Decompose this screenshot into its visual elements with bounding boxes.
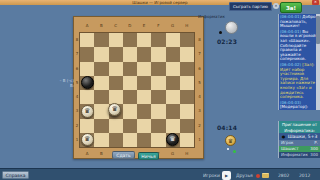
square-f5[interactable] bbox=[151, 76, 165, 90]
square-b4[interactable] bbox=[94, 90, 108, 104]
square-a3[interactable] bbox=[80, 104, 94, 118]
chat-message: (06:04:01) Добро пожаловать, Мышкин! bbox=[280, 15, 316, 29]
rank-label: 4 bbox=[194, 90, 205, 104]
square-d7[interactable] bbox=[123, 47, 137, 61]
square-e4[interactable] bbox=[137, 90, 151, 104]
rank-label: 8 bbox=[194, 33, 205, 47]
square-b5[interactable] bbox=[94, 76, 108, 90]
square-a2[interactable] bbox=[80, 119, 94, 133]
square-h2[interactable] bbox=[180, 119, 194, 133]
file-labels-top: ABCDEFGH bbox=[80, 21, 194, 30]
square-f3[interactable] bbox=[151, 104, 165, 118]
rank-label: 2 bbox=[194, 119, 205, 133]
annotation-line2: В: bbox=[44, 83, 74, 88]
square-a1[interactable] bbox=[80, 133, 94, 147]
square-e2[interactable] bbox=[137, 119, 151, 133]
square-f2[interactable] bbox=[151, 119, 165, 133]
square-c4[interactable] bbox=[109, 90, 123, 104]
invite-panel: Приглашение от Информатика: блиц-партия … bbox=[278, 121, 320, 158]
close-icon[interactable]: ✕ bbox=[312, 0, 319, 5]
square-b7[interactable] bbox=[94, 47, 108, 61]
file-label: C bbox=[109, 21, 123, 30]
window-title: Шашки — Игровой сервер bbox=[0, 0, 320, 5]
square-c7[interactable] bbox=[109, 47, 123, 61]
square-c5[interactable] bbox=[109, 76, 123, 90]
square-h1[interactable] bbox=[180, 133, 194, 147]
square-g6[interactable] bbox=[166, 62, 180, 76]
invite-title: Приглашение от Информатика: блиц-партия bbox=[279, 121, 320, 133]
square-a8[interactable] bbox=[80, 33, 94, 47]
draw-offer-button[interactable]: Ничья bbox=[138, 152, 159, 160]
chat-message: (06:04:01) Вы вошли в игровой зал «Шашки… bbox=[280, 30, 316, 62]
square-g3[interactable] bbox=[166, 104, 180, 118]
invite-player-rating: 300 bbox=[310, 152, 318, 158]
file-labels-bottom: ABCDEFGH bbox=[80, 149, 194, 158]
square-b6[interactable] bbox=[94, 62, 108, 76]
chat-text: Вы вошли в игровой зал «Шашки». Соблюдай… bbox=[280, 29, 316, 62]
square-b3[interactable] bbox=[94, 104, 108, 118]
file-label: A bbox=[80, 149, 94, 158]
square-f7[interactable] bbox=[151, 47, 165, 61]
square-h3[interactable] bbox=[180, 104, 194, 118]
board-frame: ABCDEFGH ABCDEFGH 87654321 87654321 ♛♛♛♛ bbox=[73, 16, 204, 159]
square-c2[interactable] bbox=[109, 119, 123, 133]
file-label: E bbox=[137, 21, 151, 30]
board-grid bbox=[80, 33, 194, 147]
player-piece-icon: ♛ bbox=[225, 135, 236, 146]
online-status-dot bbox=[233, 150, 236, 153]
square-g7[interactable] bbox=[166, 47, 180, 61]
rank-label: 5 bbox=[194, 76, 205, 90]
square-e5[interactable] bbox=[137, 76, 151, 90]
square-d3[interactable] bbox=[123, 104, 137, 118]
king-crown-icon: ♛ bbox=[228, 136, 233, 145]
file-label: F bbox=[151, 21, 165, 30]
square-d4[interactable] bbox=[123, 90, 137, 104]
square-b1[interactable] bbox=[94, 133, 108, 147]
accept-game-button[interactable]: За! bbox=[280, 2, 302, 13]
file-label: A bbox=[80, 21, 94, 30]
square-h6[interactable] bbox=[180, 62, 194, 76]
opponent-name: Информатик bbox=[198, 14, 246, 19]
square-d2[interactable] bbox=[123, 119, 137, 133]
square-e8[interactable] bbox=[137, 33, 151, 47]
file-label: G bbox=[166, 21, 180, 30]
rank-label: 3 bbox=[194, 104, 205, 118]
chat-scrollbar[interactable] bbox=[316, 14, 320, 110]
player-clock: 04:14 bbox=[217, 124, 237, 131]
square-e3[interactable] bbox=[137, 104, 151, 118]
bullet-icon: ● bbox=[282, 134, 286, 139]
square-c8[interactable] bbox=[109, 33, 123, 47]
rank-labels-right: 87654321 bbox=[194, 33, 205, 147]
square-c3[interactable] bbox=[109, 104, 123, 118]
square-h7[interactable] bbox=[180, 47, 194, 61]
play-icon[interactable]: ▶ bbox=[222, 171, 231, 180]
rank-label: 7 bbox=[194, 47, 205, 61]
rank-label: 1 bbox=[194, 133, 205, 147]
square-g5[interactable] bbox=[166, 76, 180, 90]
notification-close-icon[interactable]: ✕ bbox=[273, 3, 279, 9]
title-bar: Шашки — Игровой сервер ✕ bbox=[0, 0, 320, 5]
square-h4[interactable] bbox=[180, 90, 194, 104]
invite-game-label: Шашки, 5+3 bbox=[288, 134, 318, 139]
square-b2[interactable] bbox=[94, 119, 108, 133]
record-dot-icon bbox=[256, 174, 260, 178]
square-h5[interactable] bbox=[180, 76, 194, 90]
games-count: 2802 bbox=[278, 173, 289, 178]
chat-messages: (06:04:01) Добро пожаловать, Мышкин!(06:… bbox=[280, 15, 316, 110]
opponent-avatar bbox=[225, 21, 238, 34]
chat-text: [Модератор]: Приветствуем Мышкина (Гость… bbox=[280, 104, 310, 110]
chat-panel: (06:04:01) Добро пожаловать, Мышкин!(06:… bbox=[278, 14, 320, 110]
status-bar: Справка Игроки ▶ Друзья 2802 2012 bbox=[0, 168, 320, 180]
players-label: Игроки bbox=[203, 173, 220, 178]
file-label: G bbox=[166, 149, 180, 158]
invite-title-line1: Приглашение от Информатика: bbox=[280, 122, 319, 133]
file-label: H bbox=[180, 149, 194, 158]
square-g4[interactable] bbox=[166, 90, 180, 104]
help-button[interactable]: Справка bbox=[2, 171, 29, 179]
friends-label[interactable]: Друзья bbox=[236, 173, 253, 178]
file-label: D bbox=[123, 21, 137, 30]
square-a5[interactable] bbox=[80, 76, 94, 90]
app-window: Шашки — Игровой сервер ✕ ABCDEFGH ABCDEF… bbox=[0, 0, 320, 180]
square-g1[interactable] bbox=[166, 133, 180, 147]
file-label: B bbox=[94, 149, 108, 158]
square-e1[interactable] bbox=[137, 133, 151, 147]
opponent-clock: 02:23 bbox=[217, 38, 237, 45]
invite-player-row[interactable]: Информатик300 bbox=[279, 152, 320, 158]
square-g2[interactable] bbox=[166, 119, 180, 133]
square-d6[interactable] bbox=[123, 62, 137, 76]
invite-player-rows: Шашист300Информатик300 bbox=[279, 146, 320, 158]
invite-player-name: Информатик bbox=[281, 152, 308, 158]
square-e7[interactable] bbox=[137, 47, 151, 61]
turn-indicator-dot bbox=[219, 31, 222, 34]
square-b8[interactable] bbox=[94, 33, 108, 47]
chat-text: [Зал]: Идёт набор участников турнира. Дл… bbox=[280, 62, 315, 99]
square-f6[interactable] bbox=[151, 62, 165, 76]
status-dot-white bbox=[227, 148, 229, 150]
chat-message: (06:04:02) [Зал]: Идёт набор участников … bbox=[280, 63, 316, 100]
square-a7[interactable] bbox=[80, 47, 94, 61]
square-f8[interactable] bbox=[151, 33, 165, 47]
rank-label: 6 bbox=[194, 62, 205, 76]
notification-bar: Сыграть партию bbox=[229, 2, 272, 11]
square-g8[interactable] bbox=[166, 33, 180, 47]
square-e6[interactable] bbox=[137, 62, 151, 76]
square-d1[interactable] bbox=[123, 133, 137, 147]
resign-button[interactable]: Сдать bbox=[112, 151, 135, 159]
square-f4[interactable] bbox=[151, 90, 165, 104]
square-d5[interactable] bbox=[123, 76, 137, 90]
invite-game-info: ● Шашки, 5+3 bbox=[279, 133, 320, 140]
square-c6[interactable] bbox=[109, 62, 123, 76]
square-a6[interactable] bbox=[80, 62, 94, 76]
folder-icon[interactable] bbox=[262, 173, 269, 178]
file-label: H bbox=[180, 21, 194, 30]
square-f1[interactable] bbox=[151, 133, 165, 147]
square-d8[interactable] bbox=[123, 33, 137, 47]
players-count: 2012 bbox=[299, 173, 310, 178]
move-annotation: – В (–с) В: bbox=[44, 78, 74, 88]
chat-scrollbar-thumb[interactable] bbox=[316, 16, 320, 44]
square-c1[interactable] bbox=[109, 133, 123, 147]
chat-message: (06:04:03) [Модератор]: Приветствуем Мыш… bbox=[280, 101, 316, 110]
file-label: B bbox=[94, 21, 108, 30]
square-a4[interactable] bbox=[80, 90, 94, 104]
square-h8[interactable] bbox=[180, 33, 194, 47]
